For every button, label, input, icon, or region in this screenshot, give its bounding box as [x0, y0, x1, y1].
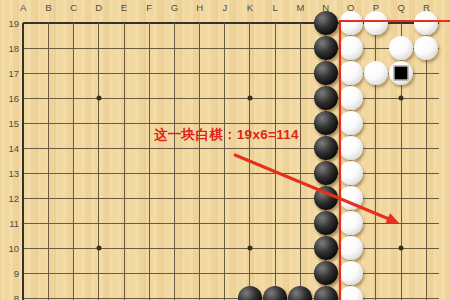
go-board	[11, 11, 439, 300]
board-cell[interactable]	[288, 61, 313, 86]
white-stone	[339, 11, 363, 35]
board-cell[interactable]	[11, 286, 36, 300]
board-cell[interactable]	[237, 61, 262, 86]
board-cell[interactable]	[137, 186, 162, 211]
board-cell[interactable]	[263, 61, 288, 86]
white-stone	[339, 36, 363, 60]
board-cell[interactable]	[36, 186, 61, 211]
board-cell[interactable]	[61, 211, 86, 236]
board-cell[interactable]	[86, 136, 111, 161]
board-cell[interactable]	[61, 286, 86, 300]
board-cell[interactable]	[414, 136, 439, 161]
board-cell[interactable]	[389, 161, 414, 186]
board-cell[interactable]	[414, 236, 439, 261]
board-cell[interactable]	[363, 186, 388, 211]
board-cell[interactable]	[111, 211, 136, 236]
board-cell[interactable]	[338, 261, 363, 286]
board-cell[interactable]	[86, 211, 111, 236]
board-cell[interactable]	[36, 236, 61, 261]
board-cell[interactable]	[86, 161, 111, 186]
board-cell[interactable]	[86, 186, 111, 211]
square-marker-icon	[394, 66, 409, 81]
board-cell[interactable]	[86, 236, 111, 261]
board-cell[interactable]	[389, 86, 414, 111]
board-cell[interactable]	[389, 286, 414, 300]
board-cell[interactable]	[187, 161, 212, 186]
board-cell[interactable]	[389, 136, 414, 161]
board-cell[interactable]	[212, 36, 237, 61]
board-cell[interactable]	[212, 161, 237, 186]
board-cell[interactable]	[263, 261, 288, 286]
board-cell[interactable]	[237, 211, 262, 236]
board-cell[interactable]	[111, 286, 136, 300]
board-cell[interactable]	[86, 86, 111, 111]
board-cell[interactable]	[338, 36, 363, 61]
board-cell[interactable]	[263, 186, 288, 211]
white-stone	[339, 211, 363, 235]
board-cell[interactable]	[11, 111, 36, 136]
board-cell[interactable]	[263, 86, 288, 111]
board-cell[interactable]	[86, 11, 111, 36]
board-cell[interactable]	[36, 136, 61, 161]
board-cell[interactable]	[363, 11, 388, 36]
board-cell[interactable]	[363, 136, 388, 161]
board-cell[interactable]	[11, 211, 36, 236]
board-cell[interactable]	[36, 11, 61, 36]
board-cell[interactable]	[288, 211, 313, 236]
board-cell[interactable]	[162, 161, 187, 186]
white-stone	[339, 161, 363, 185]
board-cell[interactable]	[313, 61, 338, 86]
board-cell[interactable]	[313, 261, 338, 286]
board-cell[interactable]	[11, 61, 36, 86]
board-cell[interactable]	[36, 286, 61, 300]
board-cell[interactable]	[61, 86, 86, 111]
board-cell[interactable]	[288, 36, 313, 61]
board-cell[interactable]	[187, 186, 212, 211]
board-cell[interactable]	[237, 36, 262, 61]
black-stone	[314, 86, 338, 110]
board-cell[interactable]	[338, 211, 363, 236]
board-cell[interactable]	[363, 36, 388, 61]
board-cell[interactable]	[61, 111, 86, 136]
board-cell[interactable]	[313, 136, 338, 161]
board-cell[interactable]	[212, 286, 237, 300]
board-cell[interactable]	[111, 136, 136, 161]
board-cell[interactable]	[313, 86, 338, 111]
board-cell[interactable]	[187, 286, 212, 300]
board-cell[interactable]	[162, 36, 187, 61]
board-cell[interactable]	[11, 136, 36, 161]
black-stone	[314, 161, 338, 185]
board-cell[interactable]	[11, 36, 36, 61]
board-cell[interactable]	[111, 36, 136, 61]
board-cell[interactable]	[86, 286, 111, 300]
star-point	[96, 96, 101, 101]
star-point	[399, 96, 404, 101]
board-cell[interactable]	[11, 161, 36, 186]
board-cell[interactable]	[36, 86, 61, 111]
board-cell[interactable]	[187, 236, 212, 261]
board-cell[interactable]	[111, 111, 136, 136]
board-cell[interactable]	[187, 86, 212, 111]
white-stone	[339, 261, 363, 285]
board-cell[interactable]	[363, 111, 388, 136]
black-stone	[314, 11, 338, 35]
black-stone	[314, 186, 338, 210]
black-stone	[314, 286, 338, 300]
board-cell[interactable]	[11, 186, 36, 211]
board-cell[interactable]	[313, 236, 338, 261]
board-cell[interactable]	[61, 36, 86, 61]
black-stone	[314, 36, 338, 60]
board-cell[interactable]	[61, 61, 86, 86]
board-cell[interactable]	[111, 236, 136, 261]
board-cell[interactable]	[137, 61, 162, 86]
board-cell[interactable]	[36, 161, 61, 186]
board-cell[interactable]	[187, 261, 212, 286]
board-cell[interactable]	[86, 36, 111, 61]
board-cell[interactable]	[111, 86, 136, 111]
board-cell[interactable]	[86, 111, 111, 136]
board-cell[interactable]	[389, 186, 414, 211]
board-cell[interactable]	[288, 286, 313, 300]
board-cell[interactable]	[212, 211, 237, 236]
board-cell[interactable]	[338, 236, 363, 261]
board-cell[interactable]	[137, 261, 162, 286]
board-cell[interactable]	[414, 36, 439, 61]
board-cell[interactable]	[36, 211, 61, 236]
white-stone	[339, 286, 363, 300]
board-cell[interactable]	[162, 86, 187, 111]
board-cell[interactable]	[61, 186, 86, 211]
white-stone	[414, 11, 438, 35]
board-cell[interactable]	[237, 161, 262, 186]
white-stone	[389, 36, 413, 60]
board-cell[interactable]	[363, 236, 388, 261]
board-cell[interactable]	[137, 211, 162, 236]
board-cell[interactable]	[162, 211, 187, 236]
star-point	[399, 246, 404, 251]
board-cell[interactable]	[389, 61, 414, 86]
board-cell[interactable]	[288, 86, 313, 111]
board-cell[interactable]	[61, 136, 86, 161]
board-cell[interactable]	[363, 211, 388, 236]
board-cell[interactable]	[237, 11, 262, 36]
board-cell[interactable]	[263, 236, 288, 261]
board-cell[interactable]	[363, 286, 388, 300]
board-cell[interactable]	[212, 186, 237, 211]
board-cell[interactable]	[338, 111, 363, 136]
white-stone	[364, 61, 388, 85]
board-cell[interactable]	[86, 261, 111, 286]
board-cell[interactable]	[263, 11, 288, 36]
board-cell[interactable]	[162, 11, 187, 36]
black-stone	[314, 61, 338, 85]
white-stone	[339, 61, 363, 85]
board-cell[interactable]	[111, 11, 136, 36]
board-cell[interactable]	[212, 11, 237, 36]
board-cell[interactable]	[212, 61, 237, 86]
board-cell[interactable]	[137, 86, 162, 111]
board-cell[interactable]	[36, 36, 61, 61]
board-cell[interactable]	[338, 136, 363, 161]
board-cell[interactable]	[338, 286, 363, 300]
go-board-screen: ABCDEFGHJKLMNOPQR1918171615141312111098 …	[0, 0, 450, 300]
board-cell[interactable]	[187, 211, 212, 236]
board-cell[interactable]	[313, 186, 338, 211]
board-cell[interactable]	[137, 286, 162, 300]
white-stone	[414, 36, 438, 60]
black-stone	[314, 136, 338, 160]
board-cell[interactable]	[363, 61, 388, 86]
white-stone	[339, 236, 363, 260]
board-cell[interactable]	[11, 11, 36, 36]
board-cell[interactable]	[237, 236, 262, 261]
board-cell[interactable]	[111, 61, 136, 86]
board-cell[interactable]	[61, 236, 86, 261]
board-cell[interactable]	[389, 261, 414, 286]
board-cell[interactable]	[414, 286, 439, 300]
board-cell[interactable]	[338, 61, 363, 86]
board-cell[interactable]	[363, 161, 388, 186]
board-cell[interactable]	[389, 211, 414, 236]
board-cell[interactable]	[288, 186, 313, 211]
black-stone	[263, 286, 287, 300]
board-cell[interactable]	[389, 36, 414, 61]
board-cell[interactable]	[11, 86, 36, 111]
board-cell[interactable]	[137, 161, 162, 186]
board-cell[interactable]	[237, 186, 262, 211]
board-cell[interactable]	[338, 86, 363, 111]
board-cell[interactable]	[288, 236, 313, 261]
board-cell[interactable]	[288, 261, 313, 286]
white-stone	[389, 61, 413, 85]
board-cell[interactable]	[414, 111, 439, 136]
board-cell[interactable]	[414, 161, 439, 186]
white-stone	[339, 136, 363, 160]
white-stone	[364, 11, 388, 35]
board-cell[interactable]	[36, 111, 61, 136]
star-point	[247, 96, 252, 101]
board-cell[interactable]	[313, 111, 338, 136]
board-cell[interactable]	[389, 111, 414, 136]
board-cell[interactable]	[363, 86, 388, 111]
board-cell[interactable]	[137, 236, 162, 261]
star-point	[247, 246, 252, 251]
board-cell[interactable]	[187, 36, 212, 61]
board-cell[interactable]	[414, 11, 439, 36]
board-cell[interactable]	[414, 86, 439, 111]
board-cell[interactable]	[313, 161, 338, 186]
board-cell[interactable]	[414, 211, 439, 236]
board-cell[interactable]	[187, 11, 212, 36]
board-cell[interactable]	[162, 261, 187, 286]
board-cell[interactable]	[212, 236, 237, 261]
black-stone	[314, 111, 338, 135]
board-cell[interactable]	[237, 86, 262, 111]
black-stone	[288, 286, 312, 300]
board-cell[interactable]	[263, 36, 288, 61]
white-stone	[339, 186, 363, 210]
board-cell[interactable]	[338, 186, 363, 211]
board-cell[interactable]	[389, 11, 414, 36]
board-cell[interactable]	[313, 36, 338, 61]
board-cell[interactable]	[61, 261, 86, 286]
board-cell[interactable]	[263, 161, 288, 186]
star-point	[96, 246, 101, 251]
board-cell[interactable]	[313, 286, 338, 300]
black-stone	[238, 286, 262, 300]
board-cell[interactable]	[389, 236, 414, 261]
board-cell[interactable]	[111, 186, 136, 211]
white-stone	[339, 111, 363, 135]
board-cell[interactable]	[86, 61, 111, 86]
board-cell[interactable]	[187, 61, 212, 86]
board-cell[interactable]	[313, 211, 338, 236]
board-cell[interactable]	[137, 36, 162, 61]
board-cell[interactable]	[111, 261, 136, 286]
board-cell[interactable]	[162, 286, 187, 300]
black-stone	[314, 211, 338, 235]
board-cell[interactable]	[212, 86, 237, 111]
board-cell[interactable]	[414, 261, 439, 286]
board-cell[interactable]	[162, 61, 187, 86]
board-cell[interactable]	[162, 236, 187, 261]
board-cell[interactable]	[162, 186, 187, 211]
board-cell[interactable]	[212, 261, 237, 286]
black-stone	[314, 261, 338, 285]
board-cell[interactable]	[61, 161, 86, 186]
white-stone	[339, 86, 363, 110]
board-cell[interactable]	[263, 211, 288, 236]
board-cell[interactable]	[11, 236, 36, 261]
annotation-label: 这一块白棋：19x6=114	[154, 126, 299, 144]
black-stone	[314, 236, 338, 260]
board-cell[interactable]	[363, 261, 388, 286]
board-cell[interactable]	[237, 261, 262, 286]
board-cell[interactable]	[137, 11, 162, 36]
board-cell[interactable]	[61, 11, 86, 36]
board-cell[interactable]	[263, 286, 288, 300]
board-cell[interactable]	[338, 161, 363, 186]
board-cell[interactable]	[288, 161, 313, 186]
board-cell[interactable]	[11, 261, 36, 286]
board-cell[interactable]	[237, 286, 262, 300]
board-cell[interactable]	[414, 61, 439, 86]
board-cell[interactable]	[338, 11, 363, 36]
board-cell[interactable]	[414, 186, 439, 211]
board-cell[interactable]	[288, 11, 313, 36]
board-cell[interactable]	[36, 261, 61, 286]
board-cell[interactable]	[111, 161, 136, 186]
board-cell[interactable]	[36, 61, 61, 86]
board-cell[interactable]	[313, 11, 338, 36]
